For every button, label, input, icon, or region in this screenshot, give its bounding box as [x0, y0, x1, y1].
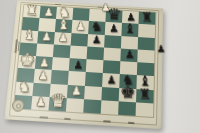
square-a3[interactable]: ♛ — [48, 97, 66, 112]
square-g2[interactable] — [38, 18, 56, 31]
square-b7[interactable]: ♚ — [119, 88, 137, 103]
square-d6[interactable] — [103, 60, 121, 74]
white-king-d1[interactable]: ♚ — [19, 53, 35, 66]
black-pawn-captured[interactable]: ♟ — [156, 44, 165, 54]
bottom-border-coordinate-mark — [128, 122, 134, 124]
square-b6[interactable] — [101, 87, 119, 102]
square-e8[interactable] — [137, 49, 154, 63]
black-pawn-e7[interactable]: ♟ — [124, 48, 134, 61]
black-rook-h8[interactable]: ♜ — [141, 11, 154, 23]
square-g8[interactable] — [138, 24, 155, 38]
square-f8[interactable] — [138, 37, 155, 51]
vinyl-chess-mat: ♜♟♞♛♟♜♝♟♞♟♝♝♟♟♟♟♚♟♟♟♟♞♝♞♟♚♜♟♛ ♟♟ — [4, 0, 163, 129]
square-e7[interactable]: ♟ — [120, 48, 137, 62]
square-h4[interactable] — [72, 8, 89, 21]
square-e2[interactable] — [36, 43, 54, 57]
white-pawn-f3[interactable]: ♟ — [58, 32, 68, 44]
chess-board: ♜♟♞♛♟♜♝♟♞♟♝♝♟♟♟♟♚♟♟♟♟♞♝♞♟♚♜♟♛ — [14, 5, 156, 117]
bottom-border-coordinate-mark — [103, 120, 110, 122]
white-pawn-c2[interactable]: ♟ — [38, 69, 48, 82]
square-g6[interactable]: ♟ — [105, 22, 122, 35]
square-h1[interactable]: ♜ — [23, 5, 41, 18]
black-pawn-d4[interactable]: ♟ — [73, 58, 83, 71]
square-f2[interactable]: ♟ — [37, 31, 55, 45]
square-f6[interactable] — [104, 35, 121, 49]
black-king-b7[interactable]: ♚ — [120, 86, 136, 99]
black-pawn-g6[interactable]: ♟ — [109, 22, 119, 34]
square-b1[interactable]: ♞ — [15, 81, 33, 95]
white-pawn-b4[interactable]: ♟ — [71, 85, 81, 98]
square-a5[interactable] — [83, 99, 101, 114]
square-e3[interactable] — [53, 44, 71, 58]
black-rook-b8[interactable]: ♜ — [138, 88, 151, 101]
square-a6[interactable] — [101, 100, 119, 115]
white-knight-b1[interactable]: ♞ — [18, 80, 31, 93]
square-e5[interactable] — [87, 46, 105, 60]
square-a7[interactable] — [118, 101, 136, 116]
square-h2[interactable]: ♟ — [39, 6, 56, 19]
white-pawn-a2[interactable]: ♟ — [35, 96, 45, 109]
square-c2[interactable]: ♟ — [34, 69, 52, 83]
square-c5[interactable] — [85, 72, 103, 86]
square-a2[interactable]: ♟ — [31, 96, 49, 111]
black-bishop-g7[interactable]: ♝ — [124, 22, 137, 34]
white-queen-a3[interactable]: ♛ — [50, 95, 66, 108]
square-d1[interactable]: ♚ — [18, 55, 36, 69]
white-bishop-f1[interactable]: ♝ — [23, 29, 36, 41]
white-pawn-g4[interactable]: ♟ — [75, 20, 85, 32]
square-d5[interactable] — [86, 59, 104, 73]
square-b5[interactable] — [84, 85, 102, 100]
black-knight-g5[interactable]: ♞ — [91, 20, 103, 32]
square-f4[interactable] — [71, 33, 89, 47]
square-e4[interactable] — [70, 45, 88, 59]
square-c3[interactable] — [51, 70, 69, 84]
square-b8[interactable]: ♜ — [136, 89, 154, 104]
black-pawn-c6[interactable]: ♟ — [106, 73, 116, 86]
white-pawn-captured[interactable]: ♟ — [101, 3, 110, 12]
square-d4[interactable]: ♟ — [69, 58, 87, 72]
square-a8[interactable] — [136, 102, 154, 117]
square-d2[interactable]: ♟ — [35, 56, 53, 70]
square-c6[interactable]: ♟ — [102, 73, 120, 87]
white-bishop-g3[interactable]: ♝ — [58, 18, 70, 30]
square-b4[interactable]: ♟ — [67, 84, 85, 99]
square-f3[interactable]: ♟ — [54, 32, 72, 46]
square-a4[interactable] — [66, 98, 84, 113]
square-c4[interactable] — [68, 71, 86, 85]
square-g7[interactable]: ♝ — [121, 23, 138, 36]
square-e6[interactable] — [103, 47, 120, 61]
square-f1[interactable]: ♝ — [20, 30, 38, 44]
white-pawn-f2[interactable]: ♟ — [41, 31, 51, 43]
white-pawn-h2[interactable]: ♟ — [43, 6, 53, 18]
left-border-marking — [14, 39, 17, 53]
square-g3[interactable]: ♝ — [55, 19, 72, 32]
square-g4[interactable]: ♟ — [72, 20, 89, 33]
square-g5[interactable]: ♞ — [88, 21, 105, 34]
white-rook-h1[interactable]: ♜ — [26, 4, 39, 16]
bottom-border-coordinate-mark — [64, 118, 70, 120]
square-h8[interactable]: ♜ — [138, 12, 155, 25]
white-pawn-d2[interactable]: ♟ — [39, 56, 49, 69]
square-d3[interactable] — [52, 57, 70, 71]
bottom-border-coordinate-mark — [40, 116, 48, 118]
photo-background: ♜♟♞♛♟♜♝♟♞♟♝♝♟♟♟♟♚♟♟♟♟♞♝♞♟♚♜♟♛ ♟♟ — [0, 0, 200, 133]
black-pawn-f5[interactable]: ♟ — [91, 34, 101, 46]
board-logo-stamp — [11, 99, 24, 112]
square-f5[interactable]: ♟ — [87, 34, 104, 48]
